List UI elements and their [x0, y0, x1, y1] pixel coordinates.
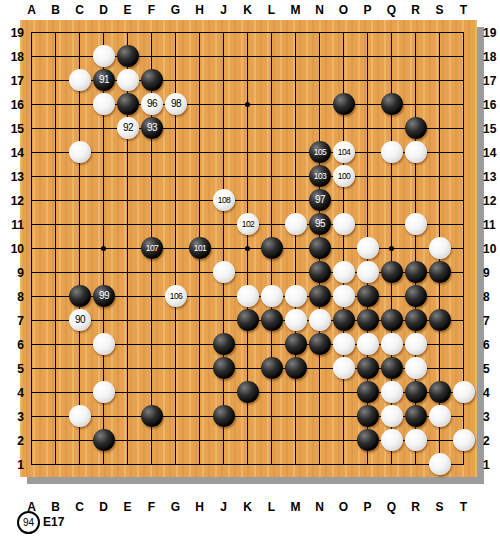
stones-grid: 9196989293105104103100108971029510710199… [20, 20, 476, 476]
stone-O9-white [333, 261, 355, 283]
stone-S7-black [429, 309, 451, 331]
stone-R4-black [405, 381, 427, 403]
row-label-left-10: 10 [2, 242, 24, 256]
stone-K11-white: 102 [237, 213, 259, 235]
stone-R5-white [405, 357, 427, 379]
stone-J5-black [213, 357, 235, 379]
stone-L8-white [261, 285, 283, 307]
row-label-left-7: 7 [2, 314, 24, 328]
stone-D6-white [93, 333, 115, 355]
stone-D16-white [93, 93, 115, 115]
stone-F15-black: 93 [141, 117, 163, 139]
stone-N13-black: 103 [309, 165, 331, 187]
stone-O14-white: 104 [333, 141, 355, 163]
stone-T4-white [453, 381, 475, 403]
col-label-bottom-Q: Q [380, 500, 404, 514]
stone-R7-black [405, 309, 427, 331]
footnote-white-stone-icon: 94 [17, 511, 40, 534]
row-label-left-15: 15 [2, 122, 24, 136]
stone-P5-black [357, 357, 379, 379]
stone-S1-white [429, 453, 451, 475]
col-label-top-H: H [188, 3, 212, 17]
stone-C8-black [69, 285, 91, 307]
stone-F17-black [141, 69, 163, 91]
stone-D8-black: 99 [93, 285, 115, 307]
move-number-102: 102 [242, 220, 255, 229]
stone-Q16-black [381, 93, 403, 115]
move-number-92: 92 [123, 123, 133, 133]
stone-O11-white [333, 213, 355, 235]
stone-N14-black: 105 [309, 141, 331, 163]
row-label-right-17: 17 [483, 74, 500, 88]
row-label-left-19: 19 [2, 26, 24, 40]
row-label-left-5: 5 [2, 362, 24, 376]
move-number-108: 108 [218, 196, 231, 205]
stone-D18-white [93, 45, 115, 67]
move-number-101: 101 [194, 244, 207, 253]
stone-R6-white [405, 333, 427, 355]
move-number-103: 103 [314, 172, 327, 181]
row-label-right-7: 7 [483, 314, 500, 328]
stone-C3-white [69, 405, 91, 427]
stone-R11-white [405, 213, 427, 235]
stone-M7-white [285, 309, 307, 331]
stone-C7-white: 90 [69, 309, 91, 331]
stone-Q5-black [381, 357, 403, 379]
move-number-90: 90 [75, 315, 85, 325]
stone-Q6-white [381, 333, 403, 355]
move-number-96: 96 [147, 99, 157, 109]
row-label-left-1: 1 [2, 458, 24, 472]
row-label-right-19: 19 [483, 26, 500, 40]
stone-O7-black [333, 309, 355, 331]
stone-E18-black [117, 45, 139, 67]
stone-E17-white [117, 69, 139, 91]
move-number-95: 95 [315, 219, 325, 229]
col-label-bottom-M: M [284, 500, 308, 514]
stone-H10-black: 101 [189, 237, 211, 259]
col-label-top-E: E [116, 3, 140, 17]
col-label-bottom-S: S [428, 500, 452, 514]
col-label-top-S: S [428, 3, 452, 17]
stone-Q7-black [381, 309, 403, 331]
col-label-bottom-N: N [308, 500, 332, 514]
stone-P3-black [357, 405, 379, 427]
col-label-bottom-G: G [164, 500, 188, 514]
move-number-99: 99 [99, 291, 109, 301]
row-label-right-12: 12 [483, 194, 500, 208]
stone-M8-white [285, 285, 307, 307]
row-label-right-15: 15 [483, 122, 500, 136]
move-number-107: 107 [146, 244, 159, 253]
stone-Q9-black [381, 261, 403, 283]
stone-S3-white [429, 405, 451, 427]
col-label-top-Q: Q [380, 3, 404, 17]
col-label-top-R: R [404, 3, 428, 17]
stone-F10-black: 107 [141, 237, 163, 259]
row-label-right-8: 8 [483, 290, 500, 304]
stone-C14-white [69, 141, 91, 163]
stone-D4-white [93, 381, 115, 403]
row-label-right-3: 3 [483, 410, 500, 424]
col-label-bottom-R: R [404, 500, 428, 514]
row-label-left-11: 11 [2, 218, 24, 232]
col-label-top-N: N [308, 3, 332, 17]
col-label-top-L: L [260, 3, 284, 17]
stone-L5-black [261, 357, 283, 379]
row-label-right-10: 10 [483, 242, 500, 256]
stone-N12-black: 97 [309, 189, 331, 211]
row-label-left-16: 16 [2, 98, 24, 112]
stone-P4-black [357, 381, 379, 403]
stone-J3-black [213, 405, 235, 427]
footnote-coord: E17 [43, 515, 64, 529]
row-label-left-12: 12 [2, 194, 24, 208]
stone-O16-black [333, 93, 355, 115]
stone-N9-black [309, 261, 331, 283]
stone-D17-black: 91 [93, 69, 115, 91]
move-number-106: 106 [170, 292, 183, 301]
row-label-left-2: 2 [2, 434, 24, 448]
move-number-97: 97 [315, 195, 325, 205]
move-number-91: 91 [99, 75, 109, 85]
stone-O13-white: 100 [333, 165, 355, 187]
move-number-93: 93 [147, 123, 157, 133]
col-label-top-J: J [212, 3, 236, 17]
col-label-top-O: O [332, 3, 356, 17]
stone-K4-black [237, 381, 259, 403]
row-label-right-2: 2 [483, 434, 500, 448]
col-label-top-A: A [20, 3, 44, 17]
col-label-bottom-D: D [92, 500, 116, 514]
stone-E15-white: 92 [117, 117, 139, 139]
stone-N7-white [309, 309, 331, 331]
row-label-right-16: 16 [483, 98, 500, 112]
col-label-bottom-P: P [356, 500, 380, 514]
stone-J9-white [213, 261, 235, 283]
col-label-bottom-K: K [236, 500, 260, 514]
row-label-right-11: 11 [483, 218, 500, 232]
stone-R8-black [405, 285, 427, 307]
col-label-top-G: G [164, 3, 188, 17]
row-label-right-6: 6 [483, 338, 500, 352]
col-label-bottom-O: O [332, 500, 356, 514]
col-label-bottom-C: C [68, 500, 92, 514]
stone-P10-white [357, 237, 379, 259]
col-label-top-K: K [236, 3, 260, 17]
stone-P8-black [357, 285, 379, 307]
stone-S9-black [429, 261, 451, 283]
col-label-top-P: P [356, 3, 380, 17]
row-label-right-5: 5 [483, 362, 500, 376]
col-label-bottom-L: L [260, 500, 284, 514]
stone-R15-black [405, 117, 427, 139]
row-label-left-18: 18 [2, 50, 24, 64]
col-label-top-T: T [452, 3, 476, 17]
stone-T2-white [453, 429, 475, 451]
col-label-top-B: B [44, 3, 68, 17]
row-label-left-3: 3 [2, 410, 24, 424]
stone-Q3-white [381, 405, 403, 427]
stone-C17-white [69, 69, 91, 91]
row-label-right-1: 1 [483, 458, 500, 472]
stone-R2-white [405, 429, 427, 451]
stone-M11-white [285, 213, 307, 235]
col-label-top-C: C [68, 3, 92, 17]
stone-N6-black [309, 333, 331, 355]
stone-L10-black [261, 237, 283, 259]
move-number-105: 105 [314, 148, 327, 157]
stone-G8-white: 106 [165, 285, 187, 307]
stone-P6-white [357, 333, 379, 355]
col-label-top-D: D [92, 3, 116, 17]
row-label-right-18: 18 [483, 50, 500, 64]
stone-G16-white: 98 [165, 93, 187, 115]
stone-J6-black [213, 333, 235, 355]
stone-Q14-white [381, 141, 403, 163]
row-label-left-17: 17 [2, 74, 24, 88]
stone-N8-black [309, 285, 331, 307]
stone-P2-black [357, 429, 379, 451]
stone-R14-white [405, 141, 427, 163]
col-label-bottom-T: T [452, 500, 476, 514]
stone-L7-black [261, 309, 283, 331]
col-label-bottom-F: F [140, 500, 164, 514]
stone-D2-black [93, 429, 115, 451]
stone-R3-black [405, 405, 427, 427]
col-label-bottom-J: J [212, 500, 236, 514]
row-label-left-6: 6 [2, 338, 24, 352]
row-label-left-9: 9 [2, 266, 24, 280]
stone-Q4-white [381, 381, 403, 403]
row-label-left-4: 4 [2, 386, 24, 400]
stone-S10-white [429, 237, 451, 259]
col-label-top-M: M [284, 3, 308, 17]
row-label-right-9: 9 [483, 266, 500, 280]
stone-F16-white: 96 [141, 93, 163, 115]
stone-Q2-white [381, 429, 403, 451]
col-label-top-F: F [140, 3, 164, 17]
move-number-104: 104 [338, 148, 351, 157]
stone-M6-black [285, 333, 307, 355]
move-number-98: 98 [171, 99, 181, 109]
stone-J12-white: 108 [213, 189, 235, 211]
stone-P9-white [357, 261, 379, 283]
row-label-right-14: 14 [483, 146, 500, 160]
row-label-left-13: 13 [2, 170, 24, 184]
col-label-bottom-H: H [188, 500, 212, 514]
stone-E16-black [117, 93, 139, 115]
stone-N11-black: 95 [309, 213, 331, 235]
stone-K8-white [237, 285, 259, 307]
row-label-right-4: 4 [483, 386, 500, 400]
move-number-100: 100 [338, 172, 351, 181]
stone-S4-black [429, 381, 451, 403]
row-label-left-14: 14 [2, 146, 24, 160]
row-label-right-13: 13 [483, 170, 500, 184]
stone-F3-black [141, 405, 163, 427]
stone-N10-black [309, 237, 331, 259]
go-board[interactable]: 9196989293105104103100108971029510710199… [20, 20, 477, 477]
stone-M5-black [285, 357, 307, 379]
stone-O5-white [333, 357, 355, 379]
stone-P7-black [357, 309, 379, 331]
stone-K7-black [237, 309, 259, 331]
stone-R9-black [405, 261, 427, 283]
row-label-left-8: 8 [2, 290, 24, 304]
footnote: 94 E17 [17, 510, 64, 534]
stone-O6-white [333, 333, 355, 355]
stone-O8-white [333, 285, 355, 307]
go-diagram: 9196989293105104103100108971029510710199… [0, 0, 500, 537]
col-label-bottom-E: E [116, 500, 140, 514]
